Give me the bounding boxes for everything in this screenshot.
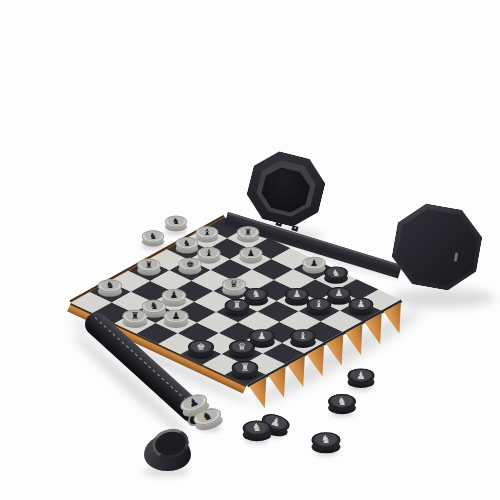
chess-piece[interactable]: ♟ (302, 257, 325, 275)
chess-piece[interactable]: ♜ (137, 258, 160, 276)
chess-piece[interactable]: ♞ (165, 215, 187, 232)
white-knight-icon: ♞ (142, 230, 164, 242)
black-queen-icon: ♛ (229, 340, 255, 353)
piece-top: ♞ (243, 420, 272, 435)
black-rook-icon: ♜ (225, 299, 250, 312)
white-rook-icon: ♜ (137, 258, 160, 270)
black-rook-icon: ♜ (232, 360, 259, 374)
piece-top: ♟ (348, 368, 375, 382)
black-knight-icon: ♞ (324, 267, 348, 279)
piece-top: ♞ (312, 432, 341, 448)
white-knight-icon: ♞ (176, 237, 199, 249)
chess-piece[interactable]: ♞ (98, 279, 122, 297)
octagonal-case-ring[interactable] (242, 146, 331, 232)
black-pawn-icon: ♟ (348, 368, 375, 382)
shadow (390, 288, 495, 308)
piece-top: ♟ (164, 309, 189, 322)
piece-top: ♝ (290, 329, 316, 343)
piece-top: ♞ (142, 230, 164, 242)
chess-piece[interactable]: ♛ (222, 278, 246, 296)
white-knight-icon: ♞ (98, 279, 122, 291)
chess-piece[interactable]: ♞ (312, 432, 341, 454)
piece-top: ♞ (176, 237, 199, 249)
piece-top: ♟ (348, 297, 373, 310)
chess-piece[interactable]: ♟ (348, 368, 375, 389)
piece-top: ♞ (324, 267, 348, 280)
chess-piece[interactable]: ♜ (232, 360, 259, 380)
black-knight-icon: ♞ (328, 394, 356, 408)
black-bishop-icon: ♝ (307, 298, 332, 311)
piece-top: ♞ (328, 394, 356, 409)
piece-top: ♛ (229, 340, 255, 354)
chess-piece[interactable]: ♞ (328, 394, 356, 415)
chess-piece[interactable]: ♟ (348, 297, 373, 316)
white-king-icon: ♚ (178, 258, 201, 270)
piece-top: ♟ (302, 257, 325, 270)
piece-top: ♞ (98, 279, 122, 292)
piece-top: ♛ (222, 278, 246, 291)
piece-top: ♜ (237, 226, 259, 238)
black-knight-icon: ♞ (243, 420, 272, 435)
chess-piece[interactable]: ♞ (243, 420, 272, 442)
black-king-icon: ♚ (188, 340, 214, 353)
piece-top: ♞ (165, 215, 187, 227)
black-bishop-icon: ♝ (290, 329, 316, 342)
piece-top: ♜ (232, 360, 259, 374)
white-rook-icon: ♜ (237, 226, 259, 238)
white-pawn-icon: ♟ (239, 247, 262, 259)
chess-piece[interactable]: ♟ (164, 309, 189, 328)
chess-piece[interactable]: ♛ (229, 340, 255, 360)
chess-piece[interactable]: ♚ (188, 340, 214, 360)
black-knight-icon: ♞ (312, 432, 341, 447)
chess-piece[interactable]: ♞ (176, 237, 199, 254)
chess-piece[interactable]: ♜ (123, 310, 148, 329)
chess-piece[interactable]: ♝ (307, 298, 332, 317)
piece-top: ♝ (307, 298, 332, 311)
piece-top: ♜ (137, 258, 160, 271)
white-knight-icon: ♞ (165, 215, 187, 226)
chess-piece[interactable]: ♜ (237, 226, 259, 243)
piece-top: ♟ (239, 247, 262, 259)
white-pawn-icon: ♟ (302, 257, 325, 269)
piece-top: ♝ (195, 227, 217, 239)
tube-cap[interactable] (144, 431, 191, 471)
chess-piece[interactable]: ♝ (195, 227, 217, 244)
fold-tooth (383, 302, 414, 335)
piece-top: ♚ (188, 340, 214, 354)
chess-piece[interactable]: ♟ (239, 247, 262, 265)
octagonal-case-lid[interactable] (388, 199, 487, 295)
chess-piece[interactable]: ♝ (290, 329, 316, 349)
piece-top: ♜ (123, 310, 148, 323)
white-bishop-icon: ♝ (195, 227, 217, 239)
white-pawn-icon: ♟ (164, 309, 189, 322)
chess-piece[interactable]: ♞ (324, 267, 348, 285)
white-queen-icon: ♛ (222, 278, 246, 290)
chess-piece[interactable]: ♚ (178, 258, 201, 276)
chess-piece[interactable]: ♞ (142, 230, 164, 247)
white-rook-icon: ♜ (123, 310, 148, 323)
product-photo-scene: ♞♜♝♞♞♟♝♟♚♜♞♛♞♟♟♞♟♟♝♜♞♟♜♝♟♛♚♜♟♞♟♞♟♞♞ (0, 0, 500, 500)
black-pawn-icon: ♟ (348, 297, 373, 310)
chess-piece[interactable]: ♜ (225, 299, 250, 318)
piece-top: ♚ (178, 258, 201, 271)
piece-top: ♜ (225, 299, 250, 312)
